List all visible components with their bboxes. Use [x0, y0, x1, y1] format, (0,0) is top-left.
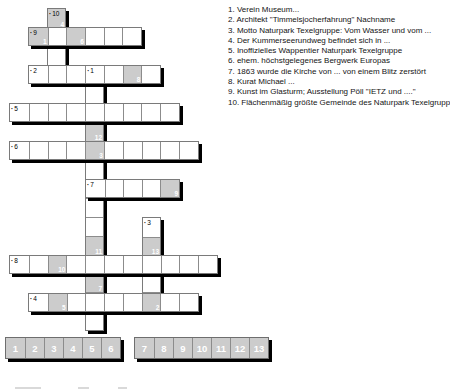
truncated-text-fragment [78, 387, 89, 389]
grid-cell[interactable] [104, 104, 123, 121]
solution-box-10: 10 [192, 338, 211, 358]
grid-cell[interactable] [48, 28, 67, 45]
grid-cell[interactable]: 2 [29, 66, 48, 83]
solution-box-12: 12 [230, 338, 249, 358]
solution-letter-cell[interactable]: 8 [123, 66, 142, 83]
solution-index-digit: 1 [43, 38, 47, 45]
solution-letter-cell[interactable]: 10 [48, 256, 67, 273]
solution-index-digit: 5 [62, 304, 66, 311]
solution-letter-cell[interactable]: 3 [85, 142, 104, 159]
grid-cell[interactable] [143, 274, 160, 293]
crossword-page: 1041211731391621856379810452 1. Verein M… [0, 0, 450, 392]
grid-cell[interactable] [123, 256, 142, 273]
solution-letter-cell[interactable]: 9 [160, 180, 179, 197]
grid-cell[interactable] [104, 28, 123, 45]
solution-letter-cell[interactable]: 11 [86, 236, 103, 255]
solution-box-9: 9 [173, 338, 192, 358]
clue-number-label: 2 [30, 67, 37, 74]
grid-cell[interactable] [179, 142, 198, 159]
solution-index-digit: 6 [80, 38, 84, 45]
clue-2: 2. Architekt "Timmelsjocherfahrung" Nach… [228, 15, 450, 25]
grid-cell[interactable] [29, 256, 48, 273]
clue-4: 4. Der Kummerseerundweg befindet sich in… [228, 36, 450, 46]
clue-number-label: 6 [11, 143, 18, 150]
solution-box-6: 6 [101, 338, 120, 358]
clue-number-label: 8 [11, 257, 18, 264]
solution-letter-cell[interactable]: 2 [142, 294, 161, 311]
solution-letter-cell[interactable]: 6 [66, 28, 85, 45]
solution-box-4: 4 [63, 338, 82, 358]
grid-cell[interactable] [122, 28, 141, 45]
solution-letter-cell[interactable]: 13 [143, 237, 160, 256]
word-9-across: 916 [28, 27, 142, 46]
grid-cell[interactable] [85, 104, 104, 121]
clue-number-label: 4 [30, 295, 37, 302]
grid-cell[interactable] [179, 256, 198, 273]
truncated-text-fragment [15, 387, 41, 389]
grid-cell[interactable] [86, 85, 103, 104]
clue-number-label: 10 [49, 10, 59, 17]
grid-cell[interactable] [142, 256, 161, 273]
solution-index-digit: 7 [98, 285, 102, 292]
solution-letter-cell[interactable]: 7 [86, 273, 103, 292]
word-7-across: 79 [85, 179, 180, 198]
solution-word-2: 78910111213 [134, 337, 269, 359]
grid-cell[interactable] [179, 294, 198, 311]
solution-box-7: 7 [135, 338, 154, 358]
grid-cell[interactable] [104, 294, 123, 311]
grid-cell[interactable]: 8 [10, 256, 29, 273]
grid-cell[interactable] [160, 294, 179, 311]
clue-number-label: 7 [87, 181, 94, 188]
solution-index-digit: 3 [99, 152, 103, 159]
grid-cell[interactable] [48, 46, 65, 65]
solution-box-13: 13 [249, 338, 268, 358]
grid-cell[interactable]: 5 [10, 104, 29, 121]
grid-cell[interactable]: 1 [85, 66, 104, 83]
grid-cell[interactable]: 3 [143, 218, 160, 237]
grid-cell[interactable] [29, 104, 48, 121]
word-4-across: 452 [28, 293, 199, 312]
grid-cell[interactable] [198, 256, 217, 273]
grid-cell[interactable] [104, 256, 123, 273]
clues-list: 1. Verein Museum...2. Architekt "Timmels… [228, 5, 450, 108]
solution-index-digit: 10 [58, 266, 65, 273]
solution-letter-cell[interactable]: 104 [48, 9, 65, 28]
grid-cell[interactable] [48, 142, 67, 159]
grid-cell[interactable] [29, 142, 48, 159]
clue-number-label: 5 [11, 105, 18, 112]
clue-5: 5. Inoffizielles Wappentier Naturpark Te… [228, 46, 450, 56]
grid-cell[interactable] [160, 104, 179, 121]
grid-cell[interactable] [104, 66, 123, 83]
clue-3: 3. Motto Naturpark Texelgruppe: Vom Wass… [228, 26, 450, 36]
grid-cell[interactable] [142, 142, 161, 159]
solution-word-1: 123456 [5, 337, 121, 359]
grid-cell[interactable] [86, 160, 103, 179]
word-8-across: 810 [9, 255, 218, 274]
clue-7: 7. 1863 wurde die Kirche von ... von ein… [228, 67, 450, 77]
clue-6: 6. ehem. höchstgelegenes Bergwerk Europa… [228, 56, 450, 66]
grid-cell[interactable] [123, 294, 142, 311]
solution-letter-cell[interactable]: 91 [29, 28, 48, 45]
grid-cell[interactable] [161, 256, 180, 273]
grid-cell[interactable] [123, 180, 142, 197]
truncated-text-fragment [118, 387, 127, 389]
clue-1: 1. Verein Museum... [228, 5, 450, 15]
grid-cell[interactable] [66, 142, 85, 159]
solution-index-digit: 8 [137, 76, 141, 83]
grid-cell[interactable] [85, 28, 104, 45]
clue-9: 9. Kunst im Glasturm; Ausstellung Pöll "… [228, 87, 450, 97]
solution-letter-cell[interactable]: 12 [86, 123, 103, 142]
grid-cell[interactable] [141, 66, 160, 83]
grid-cell[interactable]: 7 [86, 180, 105, 197]
solution-letter-cell[interactable]: 5 [48, 294, 67, 311]
grid-cell[interactable] [160, 142, 179, 159]
grid-cell[interactable] [67, 294, 86, 311]
grid-cell[interactable] [142, 180, 161, 197]
solution-box-2: 2 [25, 338, 44, 358]
clue-number-label: 9 [30, 29, 37, 36]
solution-box-8: 8 [154, 338, 173, 358]
grid-cell[interactable] [48, 104, 67, 121]
clue-number-label: 3 [144, 219, 151, 226]
grid-cell[interactable]: 4 [29, 294, 48, 311]
solution-index-digit: 9 [174, 190, 178, 197]
grid-cell[interactable] [86, 311, 103, 330]
grid-cell[interactable] [141, 104, 160, 121]
solution-index-digit: 11 [95, 248, 102, 255]
grid-cell[interactable] [85, 294, 104, 311]
grid-cell[interactable] [85, 256, 104, 273]
grid-cell[interactable] [123, 104, 142, 121]
grid-cell[interactable] [104, 142, 123, 159]
solution-box-11: 11 [211, 338, 230, 358]
grid-cell[interactable] [66, 104, 85, 121]
clue-8: 8. Kurat Michael ... [228, 77, 450, 87]
grid-cell[interactable] [66, 66, 85, 83]
grid-cell[interactable] [66, 256, 85, 273]
word-6-across: 63 [9, 141, 199, 160]
grid-cell[interactable] [48, 66, 67, 83]
solution-index-digit: 2 [156, 304, 160, 311]
solution-box-1: 1 [6, 338, 25, 358]
clue-10: 10. Flächenmäßig größte Gemeinde des Nat… [228, 98, 450, 108]
word-2-across: 218 [28, 65, 161, 84]
grid-cell[interactable] [123, 142, 142, 159]
grid-cell[interactable] [86, 217, 103, 236]
solution-box-5: 5 [82, 338, 101, 358]
grid-cell[interactable] [86, 198, 103, 217]
word-5-across: 5 [9, 103, 180, 122]
grid-cell[interactable] [105, 180, 124, 197]
grid-cell[interactable]: 6 [10, 142, 29, 159]
solution-box-3: 3 [44, 338, 63, 358]
clue-number-label: 1 [87, 67, 94, 74]
